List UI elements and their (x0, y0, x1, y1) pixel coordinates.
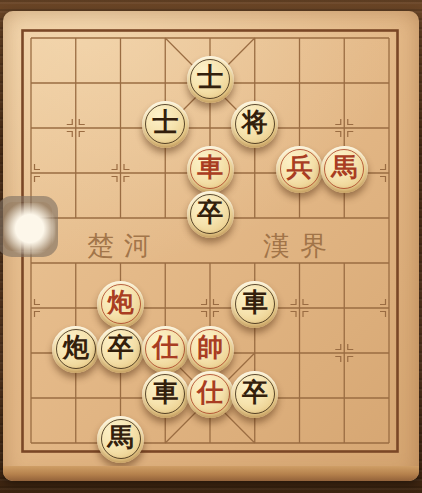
piece-glyph: 帥 (197, 335, 223, 361)
piece-glyph: 炮 (63, 335, 89, 361)
piece-glyph: 馬 (331, 155, 357, 181)
piece-glyph: 仕 (197, 380, 223, 406)
piece-black-advisor[interactable]: 士 (187, 56, 234, 103)
piece-black-soldier[interactable]: 卒 (187, 191, 234, 238)
assistive-touch-button[interactable] (0, 196, 58, 257)
piece-black-advisor[interactable]: 士 (142, 101, 189, 148)
piece-glyph: 車 (242, 290, 268, 316)
piece-red-horse[interactable]: 馬 (321, 146, 368, 193)
piece-glyph: 車 (197, 155, 223, 181)
piece-glyph: 兵 (287, 155, 313, 181)
piece-glyph: 車 (152, 380, 178, 406)
piece-black-horse[interactable]: 馬 (97, 416, 144, 463)
piece-glyph: 士 (197, 65, 223, 91)
piece-red-chariot[interactable]: 車 (187, 146, 234, 193)
piece-black-soldier[interactable]: 卒 (97, 326, 144, 373)
piece-glyph: 仕 (152, 335, 178, 361)
piece-red-soldier[interactable]: 兵 (276, 146, 323, 193)
piece-black-chariot[interactable]: 車 (142, 371, 189, 418)
piece-black-chariot[interactable]: 車 (231, 281, 278, 328)
piece-red-general[interactable]: 帥 (187, 326, 234, 373)
piece-black-general[interactable]: 将 (231, 101, 278, 148)
piece-red-cannon[interactable]: 炮 (97, 281, 144, 328)
xiangqi-board: 楚河 漢界 士士将車兵馬卒炮車炮卒仕帥車仕卒馬 (3, 11, 419, 481)
piece-black-soldier[interactable]: 卒 (231, 371, 278, 418)
piece-glyph: 士 (152, 110, 178, 136)
piece-glyph: 将 (242, 110, 268, 136)
piece-glyph: 炮 (108, 290, 134, 316)
piece-glyph: 卒 (197, 200, 223, 226)
piece-glyph: 卒 (108, 335, 134, 361)
piece-black-cannon[interactable]: 炮 (52, 326, 99, 373)
river-label-left: 楚河 (87, 231, 161, 261)
river-label-right: 漢界 (263, 231, 337, 261)
piece-glyph: 馬 (108, 425, 134, 451)
piece-red-advisor[interactable]: 仕 (142, 326, 189, 373)
piece-red-advisor[interactable]: 仕 (187, 371, 234, 418)
piece-glyph: 卒 (242, 380, 268, 406)
